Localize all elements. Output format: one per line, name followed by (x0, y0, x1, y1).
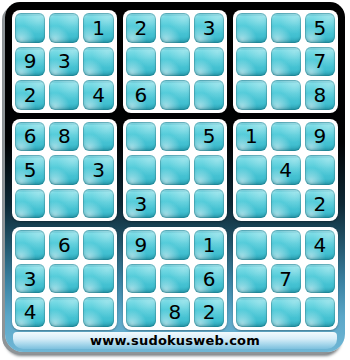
cell-r3c1[interactable]: 2 (15, 80, 45, 110)
cell-r8c7[interactable] (236, 264, 266, 294)
cell-r6c8[interactable] (271, 189, 301, 219)
cell-r3c3[interactable]: 4 (83, 80, 113, 110)
cell-r2c4[interactable] (126, 47, 156, 77)
cell-r7c6[interactable]: 1 (194, 230, 224, 260)
cell-r6c1[interactable] (15, 189, 45, 219)
cell-r2c5[interactable] (160, 47, 190, 77)
cell-r4c2[interactable]: 8 (49, 122, 79, 152)
cell-r7c2[interactable]: 6 (49, 230, 79, 260)
cell-r2c6[interactable] (194, 47, 224, 77)
cell-r9c3[interactable] (83, 297, 113, 327)
cell-r4c8[interactable] (271, 122, 301, 152)
cell-r1c8[interactable] (271, 13, 301, 43)
cell-r5c3[interactable]: 3 (83, 155, 113, 185)
cell-r7c8[interactable] (271, 230, 301, 260)
cell-r5c9[interactable] (305, 155, 335, 185)
cell-r4c1[interactable]: 6 (15, 122, 45, 152)
sudoku-grid: 1932423657868535319426349168247 (12, 10, 338, 330)
cell-r4c4[interactable] (126, 122, 156, 152)
cell-r8c5[interactable] (160, 264, 190, 294)
cell-r8c6[interactable]: 6 (194, 264, 224, 294)
cell-r8c3[interactable] (83, 264, 113, 294)
block-2-1: 6853 (12, 119, 117, 222)
cell-r4c6[interactable]: 5 (194, 122, 224, 152)
cell-r8c8[interactable]: 7 (271, 264, 301, 294)
cell-r6c7[interactable] (236, 189, 266, 219)
cell-r8c2[interactable] (49, 264, 79, 294)
cell-r5c4[interactable] (126, 155, 156, 185)
block-2-2: 53 (123, 119, 228, 222)
cell-r9c1[interactable]: 4 (15, 297, 45, 327)
cell-r9c9[interactable] (305, 297, 335, 327)
cell-r3c7[interactable] (236, 80, 266, 110)
cell-r7c9[interactable]: 4 (305, 230, 335, 260)
block-1-1: 19324 (12, 10, 117, 113)
cell-r3c2[interactable] (49, 80, 79, 110)
block-2-3: 1942 (233, 119, 338, 222)
block-1-2: 236 (123, 10, 228, 113)
cell-r3c4[interactable]: 6 (126, 80, 156, 110)
cell-r2c1[interactable]: 9 (15, 47, 45, 77)
cell-r6c4[interactable]: 3 (126, 189, 156, 219)
cell-r7c1[interactable] (15, 230, 45, 260)
cell-r6c2[interactable] (49, 189, 79, 219)
block-3-3: 47 (233, 227, 338, 330)
cell-r9c2[interactable] (49, 297, 79, 327)
cell-r3c9[interactable]: 8 (305, 80, 335, 110)
cell-r2c8[interactable] (271, 47, 301, 77)
cell-r5c2[interactable] (49, 155, 79, 185)
cell-r6c9[interactable]: 2 (305, 189, 335, 219)
cell-r1c5[interactable] (160, 13, 190, 43)
cell-r1c9[interactable]: 5 (305, 13, 335, 43)
sudoku-board: 1932423657868535319426349168247 www.sudo… (5, 2, 345, 352)
cell-r7c4[interactable]: 9 (126, 230, 156, 260)
cell-r9c6[interactable]: 2 (194, 297, 224, 327)
cell-r9c8[interactable] (271, 297, 301, 327)
cell-r5c5[interactable] (160, 155, 190, 185)
cell-r5c1[interactable]: 5 (15, 155, 45, 185)
cell-r2c7[interactable] (236, 47, 266, 77)
cell-r4c9[interactable]: 9 (305, 122, 335, 152)
cell-r1c1[interactable] (15, 13, 45, 43)
block-1-3: 578 (233, 10, 338, 113)
cell-r1c6[interactable]: 3 (194, 13, 224, 43)
cell-r5c6[interactable] (194, 155, 224, 185)
cell-r5c7[interactable] (236, 155, 266, 185)
cell-r7c7[interactable] (236, 230, 266, 260)
cell-r4c3[interactable] (83, 122, 113, 152)
cell-r8c1[interactable]: 3 (15, 264, 45, 294)
cell-r4c7[interactable]: 1 (236, 122, 266, 152)
cell-r4c5[interactable] (160, 122, 190, 152)
cell-r3c6[interactable] (194, 80, 224, 110)
cell-r2c9[interactable]: 7 (305, 47, 335, 77)
cell-r3c8[interactable] (271, 80, 301, 110)
cell-r1c2[interactable] (49, 13, 79, 43)
cell-r6c5[interactable] (160, 189, 190, 219)
cell-r1c3[interactable]: 1 (83, 13, 113, 43)
cell-r8c9[interactable] (305, 264, 335, 294)
cell-r7c5[interactable] (160, 230, 190, 260)
block-3-2: 91682 (123, 227, 228, 330)
cell-r7c3[interactable] (83, 230, 113, 260)
footer-band: www.sudokusweb.com (13, 332, 337, 349)
cell-r5c8[interactable]: 4 (271, 155, 301, 185)
site-url-link[interactable]: www.sudokusweb.com (90, 333, 260, 348)
cell-r6c6[interactable] (194, 189, 224, 219)
cell-r9c5[interactable]: 8 (160, 297, 190, 327)
cell-r8c4[interactable] (126, 264, 156, 294)
cell-r9c7[interactable] (236, 297, 266, 327)
cell-r1c4[interactable]: 2 (126, 13, 156, 43)
cell-r2c3[interactable] (83, 47, 113, 77)
cell-r3c5[interactable] (160, 80, 190, 110)
block-3-1: 634 (12, 227, 117, 330)
cell-r1c7[interactable] (236, 13, 266, 43)
cell-r2c2[interactable]: 3 (49, 47, 79, 77)
cell-r9c4[interactable] (126, 297, 156, 327)
cell-r6c3[interactable] (83, 189, 113, 219)
